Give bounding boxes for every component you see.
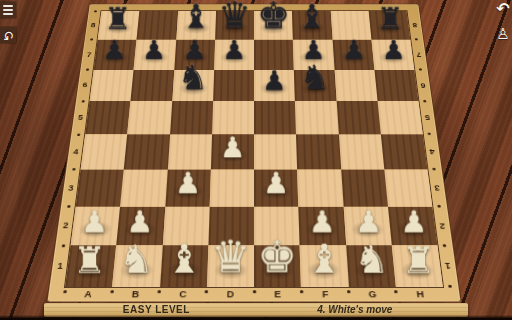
file-label: E xyxy=(254,287,302,301)
square-g7[interactable]: ♟ xyxy=(332,40,374,70)
file-label: F xyxy=(301,287,349,301)
square-e1[interactable]: ♚ xyxy=(254,246,301,287)
piece-white-king[interactable]: ♚ xyxy=(258,234,298,278)
square-a4[interactable] xyxy=(81,134,128,169)
square-h5[interactable] xyxy=(377,101,422,134)
piece-black-rook[interactable]: ♜ xyxy=(104,3,131,33)
piece-white-pawn[interactable]: ♟ xyxy=(220,134,246,163)
rotate-board-button[interactable]: ↺ xyxy=(0,27,16,43)
square-g3[interactable] xyxy=(341,169,388,206)
piece-black-pawn[interactable]: ♟ xyxy=(382,37,406,63)
square-e4[interactable] xyxy=(254,134,297,169)
piece-white-pawn[interactable]: ♟ xyxy=(354,207,381,237)
piece-white-pawn[interactable]: ♟ xyxy=(309,207,336,237)
file-label: G xyxy=(348,287,397,301)
file-labels-bottom: ABCDEFGH xyxy=(63,287,445,301)
square-d7[interactable]: ♟ xyxy=(214,40,254,70)
piece-black-pawn[interactable]: ♟ xyxy=(222,37,246,63)
piece-white-pawn[interactable]: ♟ xyxy=(400,207,427,237)
board-scene: ♜♝♛♚♝♜♟♟♟♟♟♟♟♞♟♞♟♟♟♟♟♟♟♟♜♞♝♛♚♝♞♜ 8765432… xyxy=(70,0,438,316)
square-d1[interactable]: ♛ xyxy=(207,246,254,287)
square-a7[interactable]: ♟ xyxy=(94,40,137,70)
piece-white-pawn[interactable]: ♟ xyxy=(81,207,108,237)
square-h6[interactable] xyxy=(374,70,418,102)
file-label: H xyxy=(396,287,445,301)
chess-app: ♜♝♛♚♝♜♟♟♟♟♟♟♟♞♟♞♟♟♟♟♟♟♟♟♜♞♝♛♚♝♞♜ 8765432… xyxy=(0,0,512,320)
piece-black-knight[interactable]: ♞ xyxy=(177,61,207,95)
file-label: B xyxy=(111,287,160,301)
piece-white-queen[interactable]: ♛ xyxy=(211,234,251,278)
board-grid: ♜♝♛♚♝♜♟♟♟♟♟♟♟♞♟♞♟♟♟♟♟♟♟♟♜♞♝♛♚♝♞♜ xyxy=(65,11,443,287)
rotate-icon: ↺ xyxy=(3,29,14,42)
square-f6[interactable]: ♞ xyxy=(294,70,336,102)
square-c4[interactable] xyxy=(167,134,212,169)
rank-label: 8 xyxy=(407,11,424,40)
menu-button[interactable] xyxy=(0,2,16,18)
rank-label: 5 xyxy=(418,101,436,134)
square-c3[interactable]: ♟ xyxy=(165,169,211,206)
square-b6[interactable] xyxy=(131,70,174,102)
square-h1[interactable]: ♜ xyxy=(392,246,443,287)
square-c1[interactable]: ♝ xyxy=(160,246,209,287)
square-d3[interactable] xyxy=(209,169,254,206)
piece-black-rook[interactable]: ♜ xyxy=(376,3,403,33)
square-c6[interactable]: ♞ xyxy=(172,70,214,102)
undo-button[interactable]: ↶ xyxy=(495,1,511,17)
piece-white-bishop[interactable]: ♝ xyxy=(306,239,342,279)
hamburger-menu-icon xyxy=(3,5,13,15)
square-e6[interactable]: ♟ xyxy=(254,70,295,102)
piece-white-knight[interactable]: ♞ xyxy=(119,240,154,279)
square-b4[interactable] xyxy=(124,134,170,169)
square-f3[interactable] xyxy=(297,169,343,206)
square-a6[interactable] xyxy=(90,70,134,102)
piece-black-queen[interactable]: ♛ xyxy=(218,0,251,34)
square-h3[interactable] xyxy=(384,169,432,206)
file-label: A xyxy=(63,287,112,301)
square-d4[interactable]: ♟ xyxy=(211,134,254,169)
square-e8[interactable]: ♚ xyxy=(254,11,293,40)
undo-arrow-icon: ↶ xyxy=(496,1,509,17)
square-h7[interactable]: ♟ xyxy=(371,40,414,70)
piece-black-bishop[interactable]: ♝ xyxy=(181,1,211,34)
square-g4[interactable] xyxy=(338,134,384,169)
bottom-edge-shadow xyxy=(0,315,512,320)
piece-white-bishop[interactable]: ♝ xyxy=(166,239,202,279)
square-c5[interactable] xyxy=(170,101,213,134)
square-h4[interactable] xyxy=(381,134,428,169)
rank-label: 6 xyxy=(414,70,432,102)
square-f5[interactable] xyxy=(295,101,338,134)
square-a5[interactable] xyxy=(85,101,130,134)
piece-white-rook[interactable]: ♜ xyxy=(73,242,106,279)
piece-style-button[interactable]: ♙ xyxy=(495,26,511,42)
chess-board: ♜♝♛♚♝♜♟♟♟♟♟♟♟♞♟♞♟♟♟♟♟♟♟♟♜♞♝♛♚♝♞♜ 8765432… xyxy=(46,4,462,303)
square-g5[interactable] xyxy=(336,101,380,134)
piece-white-knight[interactable]: ♞ xyxy=(354,240,389,279)
square-b5[interactable] xyxy=(127,101,171,134)
square-e5[interactable] xyxy=(254,101,296,134)
piece-black-pawn[interactable]: ♟ xyxy=(142,37,166,63)
square-g1[interactable]: ♞ xyxy=(346,246,396,287)
piece-black-bishop[interactable]: ♝ xyxy=(297,1,327,34)
square-g6[interactable] xyxy=(334,70,377,102)
piece-white-rook[interactable]: ♜ xyxy=(402,242,435,279)
piece-white-pawn[interactable]: ♟ xyxy=(126,207,153,237)
file-label: D xyxy=(206,287,254,301)
square-b7[interactable]: ♟ xyxy=(134,40,176,70)
piece-black-pawn[interactable]: ♟ xyxy=(103,37,127,63)
square-f4[interactable] xyxy=(296,134,341,169)
rank-label: 7 xyxy=(410,40,427,70)
piece-black-pawn[interactable]: ♟ xyxy=(342,37,366,63)
square-f1[interactable]: ♝ xyxy=(300,246,349,287)
piece-white-pawn[interactable]: ♟ xyxy=(263,169,289,198)
square-d6[interactable] xyxy=(213,70,254,102)
square-a1[interactable]: ♜ xyxy=(65,246,116,287)
square-b3[interactable] xyxy=(120,169,167,206)
square-a3[interactable] xyxy=(76,169,124,206)
piece-white-pawn[interactable]: ♟ xyxy=(174,169,200,198)
square-e3[interactable]: ♟ xyxy=(254,169,299,206)
pawn-icon: ♙ xyxy=(496,27,509,42)
piece-black-king[interactable]: ♚ xyxy=(257,0,290,34)
file-label: C xyxy=(159,287,207,301)
piece-black-pawn[interactable]: ♟ xyxy=(262,68,286,95)
square-b1[interactable]: ♞ xyxy=(112,246,162,287)
piece-black-knight[interactable]: ♞ xyxy=(300,61,330,95)
